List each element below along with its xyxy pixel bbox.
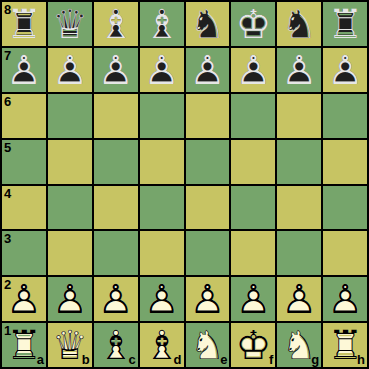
piece-glyph-fill: ♟	[140, 48, 184, 92]
piece-glyph-fill: ♟	[323, 277, 367, 321]
piece-glyph-fill: ♜	[323, 2, 367, 46]
square-a7[interactable]: ♟♙7	[2, 48, 46, 92]
rank-label-3: 3	[4, 232, 11, 245]
piece-glyph-fill: ♞	[277, 2, 321, 46]
white-pawn: ♟♙	[94, 277, 138, 321]
piece-glyph-fill: ♛	[48, 323, 92, 367]
piece-glyph-fill: ♟	[2, 48, 46, 92]
chess-board: ♜♖8♛♕♝♗♝♗♞♘♚♔♞♘♜♖♟♙7♟♙♟♙♟♙♟♙♟♙♟♙♟♙6543♟♙…	[0, 0, 369, 369]
piece-glyph-fill: ♟	[231, 277, 275, 321]
square-b7[interactable]: ♟♙	[48, 48, 92, 92]
piece-glyph-fill: ♟	[94, 277, 138, 321]
square-f8[interactable]: ♚♔	[231, 2, 275, 46]
square-g7[interactable]: ♟♙	[277, 48, 321, 92]
square-h1[interactable]: ♜♖h	[323, 323, 367, 367]
square-h8[interactable]: ♜♖	[323, 2, 367, 46]
square-h4[interactable]	[323, 186, 367, 230]
piece-glyph-fill: ♟	[48, 48, 92, 92]
piece-glyph-outline: ♘	[186, 323, 230, 367]
piece-glyph-outline: ♖	[2, 323, 46, 367]
piece-glyph-outline: ♗	[140, 2, 184, 46]
square-d3[interactable]	[140, 231, 184, 275]
square-d1[interactable]: ♝♗d	[140, 323, 184, 367]
white-pawn: ♟♙	[2, 277, 46, 321]
white-pawn: ♟♙	[186, 277, 230, 321]
square-h7[interactable]: ♟♙	[323, 48, 367, 92]
square-e1[interactable]: ♞♘e	[186, 323, 230, 367]
piece-glyph-outline: ♖	[323, 323, 367, 367]
square-b1[interactable]: ♛♕b	[48, 323, 92, 367]
square-a2[interactable]: ♟♙2	[2, 277, 46, 321]
black-knight: ♞♘	[186, 2, 230, 46]
piece-glyph-fill: ♟	[186, 48, 230, 92]
piece-glyph-fill: ♝	[94, 2, 138, 46]
piece-glyph-fill: ♟	[140, 277, 184, 321]
piece-glyph-fill: ♞	[186, 323, 230, 367]
rank-label-4: 4	[4, 187, 11, 200]
piece-glyph-outline: ♖	[2, 2, 46, 46]
piece-glyph-outline: ♙	[140, 277, 184, 321]
square-a5[interactable]: 5	[2, 140, 46, 184]
square-d4[interactable]	[140, 186, 184, 230]
piece-glyph-outline: ♘	[186, 2, 230, 46]
piece-glyph-fill: ♚	[231, 2, 275, 46]
white-knight: ♞♘	[277, 323, 321, 367]
square-d8[interactable]: ♝♗	[140, 2, 184, 46]
black-king: ♚♔	[231, 2, 275, 46]
black-knight: ♞♘	[277, 2, 321, 46]
square-c2[interactable]: ♟♙	[94, 277, 138, 321]
piece-glyph-outline: ♙	[323, 277, 367, 321]
piece-glyph-fill: ♞	[186, 2, 230, 46]
piece-glyph-fill: ♚	[231, 323, 275, 367]
piece-glyph-outline: ♖	[323, 2, 367, 46]
piece-glyph-fill: ♟	[2, 277, 46, 321]
piece-glyph-outline: ♗	[140, 323, 184, 367]
square-a4[interactable]: 4	[2, 186, 46, 230]
square-e7[interactable]: ♟♙	[186, 48, 230, 92]
black-pawn: ♟♙	[94, 48, 138, 92]
square-h5[interactable]	[323, 140, 367, 184]
square-d5[interactable]	[140, 140, 184, 184]
square-b5[interactable]	[48, 140, 92, 184]
piece-glyph-fill: ♟	[277, 48, 321, 92]
square-e3[interactable]	[186, 231, 230, 275]
square-a3[interactable]: 3	[2, 231, 46, 275]
square-f7[interactable]: ♟♙	[231, 48, 275, 92]
square-f4[interactable]	[231, 186, 275, 230]
square-f3[interactable]	[231, 231, 275, 275]
black-pawn: ♟♙	[48, 48, 92, 92]
square-e8[interactable]: ♞♘	[186, 2, 230, 46]
piece-glyph-outline: ♘	[277, 2, 321, 46]
black-bishop: ♝♗	[140, 2, 184, 46]
white-pawn: ♟♙	[231, 277, 275, 321]
white-pawn: ♟♙	[140, 277, 184, 321]
piece-glyph-fill: ♟	[277, 277, 321, 321]
white-bishop: ♝♗	[94, 323, 138, 367]
piece-glyph-fill: ♝	[94, 323, 138, 367]
square-a1[interactable]: ♜♖1a	[2, 323, 46, 367]
square-e6[interactable]	[186, 94, 230, 138]
piece-glyph-outline: ♙	[2, 48, 46, 92]
piece-glyph-outline: ♙	[231, 48, 275, 92]
piece-glyph-fill: ♜	[2, 2, 46, 46]
rank-label-5: 5	[4, 141, 11, 154]
piece-glyph-outline: ♙	[186, 48, 230, 92]
white-bishop: ♝♗	[140, 323, 184, 367]
square-g1[interactable]: ♞♘g	[277, 323, 321, 367]
square-f2[interactable]: ♟♙	[231, 277, 275, 321]
piece-glyph-outline: ♙	[140, 48, 184, 92]
square-d6[interactable]	[140, 94, 184, 138]
square-b2[interactable]: ♟♙	[48, 277, 92, 321]
piece-glyph-outline: ♙	[2, 277, 46, 321]
square-g3[interactable]	[277, 231, 321, 275]
piece-glyph-fill: ♟	[94, 48, 138, 92]
black-pawn: ♟♙	[140, 48, 184, 92]
white-rook: ♜♖	[2, 323, 46, 367]
square-c5[interactable]	[94, 140, 138, 184]
square-g2[interactable]: ♟♙	[277, 277, 321, 321]
square-e2[interactable]: ♟♙	[186, 277, 230, 321]
square-g8[interactable]: ♞♘	[277, 2, 321, 46]
square-c7[interactable]: ♟♙	[94, 48, 138, 92]
square-a8[interactable]: ♜♖8	[2, 2, 46, 46]
piece-glyph-outline: ♙	[48, 48, 92, 92]
square-f5[interactable]	[231, 140, 275, 184]
piece-glyph-outline: ♗	[94, 323, 138, 367]
square-h2[interactable]: ♟♙	[323, 277, 367, 321]
black-pawn: ♟♙	[2, 48, 46, 92]
square-e5[interactable]	[186, 140, 230, 184]
piece-glyph-fill: ♝	[140, 2, 184, 46]
square-d2[interactable]: ♟♙	[140, 277, 184, 321]
square-h3[interactable]	[323, 231, 367, 275]
square-h6[interactable]	[323, 94, 367, 138]
square-g5[interactable]	[277, 140, 321, 184]
square-b6[interactable]	[48, 94, 92, 138]
white-pawn: ♟♙	[323, 277, 367, 321]
white-queen: ♛♕	[48, 323, 92, 367]
piece-glyph-outline: ♙	[94, 277, 138, 321]
piece-glyph-fill: ♟	[323, 48, 367, 92]
piece-glyph-outline: ♔	[231, 2, 275, 46]
piece-glyph-fill: ♝	[140, 323, 184, 367]
white-rook: ♜♖	[323, 323, 367, 367]
black-bishop: ♝♗	[94, 2, 138, 46]
piece-glyph-outline: ♔	[231, 323, 275, 367]
square-b8[interactable]: ♛♕	[48, 2, 92, 46]
white-knight: ♞♘	[186, 323, 230, 367]
square-d7[interactable]: ♟♙	[140, 48, 184, 92]
piece-glyph-outline: ♕	[48, 323, 92, 367]
piece-glyph-fill: ♟	[48, 277, 92, 321]
square-c4[interactable]	[94, 186, 138, 230]
black-pawn: ♟♙	[323, 48, 367, 92]
piece-glyph-outline: ♙	[323, 48, 367, 92]
piece-glyph-outline: ♘	[277, 323, 321, 367]
square-g6[interactable]	[277, 94, 321, 138]
square-e4[interactable]	[186, 186, 230, 230]
black-rook: ♜♖	[2, 2, 46, 46]
piece-glyph-fill: ♜	[2, 323, 46, 367]
square-c1[interactable]: ♝♗c	[94, 323, 138, 367]
piece-glyph-outline: ♙	[277, 48, 321, 92]
square-f6[interactable]	[231, 94, 275, 138]
piece-glyph-outline: ♙	[48, 277, 92, 321]
piece-glyph-outline: ♙	[186, 277, 230, 321]
piece-glyph-outline: ♕	[48, 2, 92, 46]
white-pawn: ♟♙	[48, 277, 92, 321]
black-queen: ♛♕	[48, 2, 92, 46]
piece-glyph-fill: ♟	[186, 277, 230, 321]
black-pawn: ♟♙	[231, 48, 275, 92]
square-f1[interactable]: ♚♔f	[231, 323, 275, 367]
square-c8[interactable]: ♝♗	[94, 2, 138, 46]
piece-glyph-fill: ♜	[323, 323, 367, 367]
piece-glyph-fill: ♞	[277, 323, 321, 367]
square-b3[interactable]	[48, 231, 92, 275]
piece-glyph-fill: ♛	[48, 2, 92, 46]
piece-glyph-outline: ♙	[277, 277, 321, 321]
black-pawn: ♟♙	[277, 48, 321, 92]
rank-label-6: 6	[4, 95, 11, 108]
piece-glyph-fill: ♟	[231, 48, 275, 92]
black-rook: ♜♖	[323, 2, 367, 46]
piece-glyph-outline: ♙	[231, 277, 275, 321]
square-b4[interactable]	[48, 186, 92, 230]
piece-glyph-outline: ♙	[94, 48, 138, 92]
square-g4[interactable]	[277, 186, 321, 230]
square-c6[interactable]	[94, 94, 138, 138]
black-pawn: ♟♙	[186, 48, 230, 92]
piece-glyph-outline: ♗	[94, 2, 138, 46]
white-king: ♚♔	[231, 323, 275, 367]
white-pawn: ♟♙	[277, 277, 321, 321]
square-a6[interactable]: 6	[2, 94, 46, 138]
square-c3[interactable]	[94, 231, 138, 275]
